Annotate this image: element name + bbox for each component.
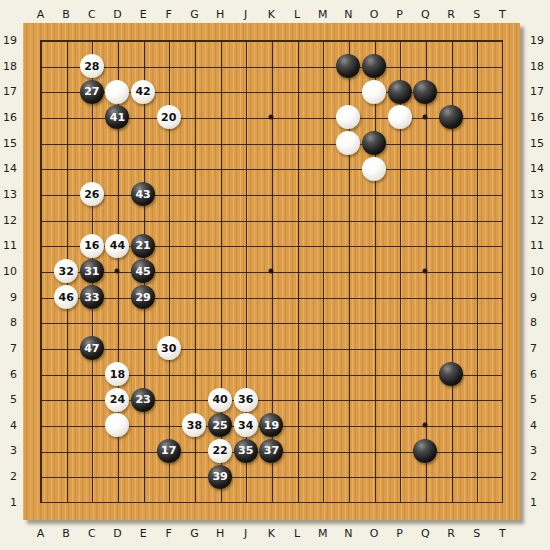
intersection-H18[interactable] bbox=[207, 53, 233, 79]
intersection-L19[interactable] bbox=[284, 28, 310, 54]
intersection-Q6[interactable] bbox=[413, 361, 439, 387]
intersection-L1[interactable] bbox=[284, 489, 310, 515]
intersection-Q10[interactable] bbox=[413, 259, 439, 285]
intersection-R2[interactable] bbox=[438, 464, 464, 490]
intersection-N19[interactable] bbox=[336, 28, 362, 54]
intersection-J13[interactable] bbox=[233, 182, 259, 208]
intersection-J7[interactable] bbox=[233, 336, 259, 362]
intersection-J3[interactable]: 35 bbox=[233, 438, 259, 464]
intersection-S13[interactable] bbox=[464, 182, 490, 208]
intersection-K1[interactable] bbox=[259, 489, 285, 515]
intersection-K14[interactable] bbox=[259, 156, 285, 182]
intersection-R11[interactable] bbox=[438, 233, 464, 259]
intersection-E11[interactable]: 21 bbox=[130, 233, 156, 259]
intersection-A14[interactable] bbox=[28, 156, 54, 182]
intersection-D8[interactable] bbox=[105, 310, 131, 336]
intersection-F4[interactable] bbox=[156, 413, 182, 439]
intersection-H6[interactable] bbox=[207, 361, 233, 387]
intersection-F8[interactable] bbox=[156, 310, 182, 336]
intersection-N4[interactable] bbox=[336, 413, 362, 439]
intersection-H10[interactable] bbox=[207, 259, 233, 285]
intersection-B8[interactable] bbox=[53, 310, 79, 336]
intersection-L8[interactable] bbox=[284, 310, 310, 336]
intersection-F1[interactable] bbox=[156, 489, 182, 515]
intersection-E16[interactable] bbox=[130, 105, 156, 131]
intersection-G10[interactable] bbox=[182, 259, 208, 285]
intersection-E14[interactable] bbox=[130, 156, 156, 182]
intersection-O17[interactable] bbox=[361, 79, 387, 105]
intersection-K8[interactable] bbox=[259, 310, 285, 336]
intersection-S11[interactable] bbox=[464, 233, 490, 259]
intersection-C7[interactable]: 47 bbox=[79, 336, 105, 362]
intersection-Q16[interactable] bbox=[413, 105, 439, 131]
intersection-E19[interactable] bbox=[130, 28, 156, 54]
intersection-G13[interactable] bbox=[182, 182, 208, 208]
intersection-G12[interactable] bbox=[182, 207, 208, 233]
intersection-L16[interactable] bbox=[284, 105, 310, 131]
intersection-L18[interactable] bbox=[284, 53, 310, 79]
intersection-M9[interactable] bbox=[310, 284, 336, 310]
intersection-K12[interactable] bbox=[259, 207, 285, 233]
intersection-K6[interactable] bbox=[259, 361, 285, 387]
intersection-B2[interactable] bbox=[53, 464, 79, 490]
intersection-M14[interactable] bbox=[310, 156, 336, 182]
intersection-G7[interactable] bbox=[182, 336, 208, 362]
intersection-O5[interactable] bbox=[361, 387, 387, 413]
intersection-M4[interactable] bbox=[310, 413, 336, 439]
intersection-B18[interactable] bbox=[53, 53, 79, 79]
intersection-R4[interactable] bbox=[438, 413, 464, 439]
intersection-M19[interactable] bbox=[310, 28, 336, 54]
intersection-A8[interactable] bbox=[28, 310, 54, 336]
intersection-N17[interactable] bbox=[336, 79, 362, 105]
intersection-L11[interactable] bbox=[284, 233, 310, 259]
intersection-D12[interactable] bbox=[105, 207, 131, 233]
intersection-G6[interactable] bbox=[182, 361, 208, 387]
intersection-F5[interactable] bbox=[156, 387, 182, 413]
intersection-R1[interactable] bbox=[438, 489, 464, 515]
intersection-L3[interactable] bbox=[284, 438, 310, 464]
intersection-T1[interactable] bbox=[489, 489, 515, 515]
intersection-T4[interactable] bbox=[489, 413, 515, 439]
intersection-C12[interactable] bbox=[79, 207, 105, 233]
intersection-R6[interactable] bbox=[438, 361, 464, 387]
intersection-E15[interactable] bbox=[130, 130, 156, 156]
intersection-N18[interactable] bbox=[336, 53, 362, 79]
intersection-Q5[interactable] bbox=[413, 387, 439, 413]
intersection-M5[interactable] bbox=[310, 387, 336, 413]
intersection-R16[interactable] bbox=[438, 105, 464, 131]
intersection-O4[interactable] bbox=[361, 413, 387, 439]
intersection-E8[interactable] bbox=[130, 310, 156, 336]
intersection-J18[interactable] bbox=[233, 53, 259, 79]
intersection-J10[interactable] bbox=[233, 259, 259, 285]
intersection-R14[interactable] bbox=[438, 156, 464, 182]
intersection-M17[interactable] bbox=[310, 79, 336, 105]
intersection-M15[interactable] bbox=[310, 130, 336, 156]
intersection-M8[interactable] bbox=[310, 310, 336, 336]
intersection-O18[interactable] bbox=[361, 53, 387, 79]
intersection-G18[interactable] bbox=[182, 53, 208, 79]
intersection-K17[interactable] bbox=[259, 79, 285, 105]
intersection-P11[interactable] bbox=[387, 233, 413, 259]
intersection-P8[interactable] bbox=[387, 310, 413, 336]
intersection-T17[interactable] bbox=[489, 79, 515, 105]
intersection-D6[interactable]: 18 bbox=[105, 361, 131, 387]
intersection-C11[interactable]: 16 bbox=[79, 233, 105, 259]
intersection-A5[interactable] bbox=[28, 387, 54, 413]
intersection-E4[interactable] bbox=[130, 413, 156, 439]
intersection-S10[interactable] bbox=[464, 259, 490, 285]
intersection-B4[interactable] bbox=[53, 413, 79, 439]
intersection-T9[interactable] bbox=[489, 284, 515, 310]
intersection-S1[interactable] bbox=[464, 489, 490, 515]
intersection-O13[interactable] bbox=[361, 182, 387, 208]
intersection-E7[interactable] bbox=[130, 336, 156, 362]
intersection-D11[interactable]: 44 bbox=[105, 233, 131, 259]
intersection-F12[interactable] bbox=[156, 207, 182, 233]
intersection-S8[interactable] bbox=[464, 310, 490, 336]
intersection-F6[interactable] bbox=[156, 361, 182, 387]
intersection-D19[interactable] bbox=[105, 28, 131, 54]
intersection-F11[interactable] bbox=[156, 233, 182, 259]
intersection-G4[interactable]: 38 bbox=[182, 413, 208, 439]
intersection-G16[interactable] bbox=[182, 105, 208, 131]
intersection-B7[interactable] bbox=[53, 336, 79, 362]
intersection-H11[interactable] bbox=[207, 233, 233, 259]
intersection-P17[interactable] bbox=[387, 79, 413, 105]
intersection-H14[interactable] bbox=[207, 156, 233, 182]
intersection-T10[interactable] bbox=[489, 259, 515, 285]
intersection-E10[interactable]: 45 bbox=[130, 259, 156, 285]
intersection-A12[interactable] bbox=[28, 207, 54, 233]
intersection-P16[interactable] bbox=[387, 105, 413, 131]
intersection-C2[interactable] bbox=[79, 464, 105, 490]
intersection-M16[interactable] bbox=[310, 105, 336, 131]
intersection-J8[interactable] bbox=[233, 310, 259, 336]
intersection-O9[interactable] bbox=[361, 284, 387, 310]
intersection-L10[interactable] bbox=[284, 259, 310, 285]
intersection-T15[interactable] bbox=[489, 130, 515, 156]
intersection-C3[interactable] bbox=[79, 438, 105, 464]
intersection-F16[interactable]: 20 bbox=[156, 105, 182, 131]
intersection-T5[interactable] bbox=[489, 387, 515, 413]
intersection-N2[interactable] bbox=[336, 464, 362, 490]
intersection-F17[interactable] bbox=[156, 79, 182, 105]
intersection-E12[interactable] bbox=[130, 207, 156, 233]
intersection-J12[interactable] bbox=[233, 207, 259, 233]
intersection-G17[interactable] bbox=[182, 79, 208, 105]
intersection-N10[interactable] bbox=[336, 259, 362, 285]
intersection-B17[interactable] bbox=[53, 79, 79, 105]
intersection-O15[interactable] bbox=[361, 130, 387, 156]
intersection-P5[interactable] bbox=[387, 387, 413, 413]
intersection-G3[interactable] bbox=[182, 438, 208, 464]
intersection-T7[interactable] bbox=[489, 336, 515, 362]
intersection-E6[interactable] bbox=[130, 361, 156, 387]
intersection-S9[interactable] bbox=[464, 284, 490, 310]
intersection-R15[interactable] bbox=[438, 130, 464, 156]
intersection-A1[interactable] bbox=[28, 489, 54, 515]
intersection-K4[interactable]: 19 bbox=[259, 413, 285, 439]
intersection-H15[interactable] bbox=[207, 130, 233, 156]
intersection-T14[interactable] bbox=[489, 156, 515, 182]
intersection-C19[interactable] bbox=[79, 28, 105, 54]
intersection-H2[interactable]: 39 bbox=[207, 464, 233, 490]
intersection-C13[interactable]: 26 bbox=[79, 182, 105, 208]
intersection-K16[interactable] bbox=[259, 105, 285, 131]
intersection-P19[interactable] bbox=[387, 28, 413, 54]
intersection-L6[interactable] bbox=[284, 361, 310, 387]
intersection-P1[interactable] bbox=[387, 489, 413, 515]
intersection-S19[interactable] bbox=[464, 28, 490, 54]
intersection-S3[interactable] bbox=[464, 438, 490, 464]
intersection-F15[interactable] bbox=[156, 130, 182, 156]
intersection-L17[interactable] bbox=[284, 79, 310, 105]
intersection-J16[interactable] bbox=[233, 105, 259, 131]
intersection-Q7[interactable] bbox=[413, 336, 439, 362]
intersection-L13[interactable] bbox=[284, 182, 310, 208]
intersection-K15[interactable] bbox=[259, 130, 285, 156]
intersection-H16[interactable] bbox=[207, 105, 233, 131]
intersection-D14[interactable] bbox=[105, 156, 131, 182]
intersection-M18[interactable] bbox=[310, 53, 336, 79]
intersection-H5[interactable]: 40 bbox=[207, 387, 233, 413]
intersection-E2[interactable] bbox=[130, 464, 156, 490]
intersection-J19[interactable] bbox=[233, 28, 259, 54]
intersection-J6[interactable] bbox=[233, 361, 259, 387]
intersection-Q4[interactable] bbox=[413, 413, 439, 439]
intersection-F7[interactable]: 30 bbox=[156, 336, 182, 362]
intersection-Q1[interactable] bbox=[413, 489, 439, 515]
intersection-Q11[interactable] bbox=[413, 233, 439, 259]
intersection-T12[interactable] bbox=[489, 207, 515, 233]
intersection-B14[interactable] bbox=[53, 156, 79, 182]
intersection-S14[interactable] bbox=[464, 156, 490, 182]
intersection-G9[interactable] bbox=[182, 284, 208, 310]
intersection-A2[interactable] bbox=[28, 464, 54, 490]
intersection-S7[interactable] bbox=[464, 336, 490, 362]
intersection-R12[interactable] bbox=[438, 207, 464, 233]
intersection-O12[interactable] bbox=[361, 207, 387, 233]
intersection-B9[interactable]: 46 bbox=[53, 284, 79, 310]
intersection-O10[interactable] bbox=[361, 259, 387, 285]
intersection-H3[interactable]: 22 bbox=[207, 438, 233, 464]
intersection-D1[interactable] bbox=[105, 489, 131, 515]
intersection-Q15[interactable] bbox=[413, 130, 439, 156]
intersection-S17[interactable] bbox=[464, 79, 490, 105]
intersection-N7[interactable] bbox=[336, 336, 362, 362]
intersection-N11[interactable] bbox=[336, 233, 362, 259]
intersection-G5[interactable] bbox=[182, 387, 208, 413]
intersection-R7[interactable] bbox=[438, 336, 464, 362]
intersection-D17[interactable] bbox=[105, 79, 131, 105]
intersection-D7[interactable] bbox=[105, 336, 131, 362]
intersection-J4[interactable]: 34 bbox=[233, 413, 259, 439]
intersection-T18[interactable] bbox=[489, 53, 515, 79]
intersection-N12[interactable] bbox=[336, 207, 362, 233]
intersection-E17[interactable]: 42 bbox=[130, 79, 156, 105]
intersection-T13[interactable] bbox=[489, 182, 515, 208]
intersection-S5[interactable] bbox=[464, 387, 490, 413]
intersection-K18[interactable] bbox=[259, 53, 285, 79]
intersection-J1[interactable] bbox=[233, 489, 259, 515]
intersection-G14[interactable] bbox=[182, 156, 208, 182]
intersection-A9[interactable] bbox=[28, 284, 54, 310]
intersection-L14[interactable] bbox=[284, 156, 310, 182]
intersection-A10[interactable] bbox=[28, 259, 54, 285]
intersection-S6[interactable] bbox=[464, 361, 490, 387]
intersection-G19[interactable] bbox=[182, 28, 208, 54]
intersection-J11[interactable] bbox=[233, 233, 259, 259]
intersection-Q18[interactable] bbox=[413, 53, 439, 79]
intersection-B1[interactable] bbox=[53, 489, 79, 515]
intersection-O14[interactable] bbox=[361, 156, 387, 182]
intersection-D18[interactable] bbox=[105, 53, 131, 79]
intersection-R5[interactable] bbox=[438, 387, 464, 413]
intersection-D9[interactable] bbox=[105, 284, 131, 310]
intersection-O8[interactable] bbox=[361, 310, 387, 336]
intersection-D4[interactable] bbox=[105, 413, 131, 439]
intersection-M11[interactable] bbox=[310, 233, 336, 259]
intersection-A3[interactable] bbox=[28, 438, 54, 464]
intersection-L9[interactable] bbox=[284, 284, 310, 310]
intersection-H1[interactable] bbox=[207, 489, 233, 515]
intersection-P4[interactable] bbox=[387, 413, 413, 439]
intersection-N16[interactable] bbox=[336, 105, 362, 131]
intersection-Q3[interactable] bbox=[413, 438, 439, 464]
intersection-P12[interactable] bbox=[387, 207, 413, 233]
intersection-J14[interactable] bbox=[233, 156, 259, 182]
intersection-P9[interactable] bbox=[387, 284, 413, 310]
intersection-C16[interactable] bbox=[79, 105, 105, 131]
intersection-H17[interactable] bbox=[207, 79, 233, 105]
intersection-B19[interactable] bbox=[53, 28, 79, 54]
intersection-P18[interactable] bbox=[387, 53, 413, 79]
intersection-R17[interactable] bbox=[438, 79, 464, 105]
intersection-A18[interactable] bbox=[28, 53, 54, 79]
intersection-K11[interactable] bbox=[259, 233, 285, 259]
intersection-T2[interactable] bbox=[489, 464, 515, 490]
intersection-Q17[interactable] bbox=[413, 79, 439, 105]
intersection-T6[interactable] bbox=[489, 361, 515, 387]
intersection-Q2[interactable] bbox=[413, 464, 439, 490]
intersection-T11[interactable] bbox=[489, 233, 515, 259]
intersection-M12[interactable] bbox=[310, 207, 336, 233]
intersection-B3[interactable] bbox=[53, 438, 79, 464]
intersection-O16[interactable] bbox=[361, 105, 387, 131]
intersection-F10[interactable] bbox=[156, 259, 182, 285]
intersection-M2[interactable] bbox=[310, 464, 336, 490]
intersection-Q8[interactable] bbox=[413, 310, 439, 336]
intersection-H7[interactable] bbox=[207, 336, 233, 362]
intersection-H12[interactable] bbox=[207, 207, 233, 233]
intersection-K3[interactable]: 37 bbox=[259, 438, 285, 464]
intersection-F9[interactable] bbox=[156, 284, 182, 310]
intersection-H19[interactable] bbox=[207, 28, 233, 54]
intersection-Q14[interactable] bbox=[413, 156, 439, 182]
intersection-R18[interactable] bbox=[438, 53, 464, 79]
intersection-O11[interactable] bbox=[361, 233, 387, 259]
intersection-Q12[interactable] bbox=[413, 207, 439, 233]
intersection-C4[interactable] bbox=[79, 413, 105, 439]
intersection-T8[interactable] bbox=[489, 310, 515, 336]
intersection-G8[interactable] bbox=[182, 310, 208, 336]
intersection-R8[interactable] bbox=[438, 310, 464, 336]
intersection-Q19[interactable] bbox=[413, 28, 439, 54]
intersection-A6[interactable] bbox=[28, 361, 54, 387]
intersection-R9[interactable] bbox=[438, 284, 464, 310]
intersection-M3[interactable] bbox=[310, 438, 336, 464]
intersection-E13[interactable]: 43 bbox=[130, 182, 156, 208]
intersection-P15[interactable] bbox=[387, 130, 413, 156]
intersection-L4[interactable] bbox=[284, 413, 310, 439]
intersection-E9[interactable]: 29 bbox=[130, 284, 156, 310]
intersection-K13[interactable] bbox=[259, 182, 285, 208]
intersection-P14[interactable] bbox=[387, 156, 413, 182]
intersection-C5[interactable] bbox=[79, 387, 105, 413]
intersection-Q13[interactable] bbox=[413, 182, 439, 208]
intersection-D3[interactable] bbox=[105, 438, 131, 464]
intersection-C9[interactable]: 33 bbox=[79, 284, 105, 310]
intersection-F18[interactable] bbox=[156, 53, 182, 79]
intersection-C10[interactable]: 31 bbox=[79, 259, 105, 285]
intersection-R19[interactable] bbox=[438, 28, 464, 54]
intersection-M6[interactable] bbox=[310, 361, 336, 387]
intersection-B13[interactable] bbox=[53, 182, 79, 208]
intersection-F14[interactable] bbox=[156, 156, 182, 182]
intersection-T3[interactable] bbox=[489, 438, 515, 464]
intersection-C1[interactable] bbox=[79, 489, 105, 515]
intersection-N1[interactable] bbox=[336, 489, 362, 515]
intersection-K10[interactable] bbox=[259, 259, 285, 285]
intersection-D15[interactable] bbox=[105, 130, 131, 156]
intersection-D13[interactable] bbox=[105, 182, 131, 208]
intersection-M13[interactable] bbox=[310, 182, 336, 208]
intersection-C18[interactable]: 28 bbox=[79, 53, 105, 79]
intersection-K2[interactable] bbox=[259, 464, 285, 490]
intersection-O6[interactable] bbox=[361, 361, 387, 387]
intersection-D10[interactable] bbox=[105, 259, 131, 285]
intersection-M1[interactable] bbox=[310, 489, 336, 515]
intersection-B6[interactable] bbox=[53, 361, 79, 387]
intersection-G15[interactable] bbox=[182, 130, 208, 156]
intersection-G11[interactable] bbox=[182, 233, 208, 259]
intersection-A7[interactable] bbox=[28, 336, 54, 362]
intersection-A13[interactable] bbox=[28, 182, 54, 208]
intersection-B11[interactable] bbox=[53, 233, 79, 259]
intersection-E1[interactable] bbox=[130, 489, 156, 515]
intersection-R3[interactable] bbox=[438, 438, 464, 464]
intersection-P6[interactable] bbox=[387, 361, 413, 387]
intersection-D16[interactable]: 41 bbox=[105, 105, 131, 131]
intersection-T19[interactable] bbox=[489, 28, 515, 54]
intersection-J5[interactable]: 36 bbox=[233, 387, 259, 413]
intersection-L15[interactable] bbox=[284, 130, 310, 156]
intersection-A11[interactable] bbox=[28, 233, 54, 259]
intersection-B15[interactable] bbox=[53, 130, 79, 156]
intersection-A15[interactable] bbox=[28, 130, 54, 156]
intersection-T16[interactable] bbox=[489, 105, 515, 131]
intersection-N5[interactable] bbox=[336, 387, 362, 413]
intersection-D5[interactable]: 24 bbox=[105, 387, 131, 413]
intersection-C15[interactable] bbox=[79, 130, 105, 156]
intersection-A4[interactable] bbox=[28, 413, 54, 439]
intersection-N3[interactable] bbox=[336, 438, 362, 464]
intersection-L7[interactable] bbox=[284, 336, 310, 362]
intersection-F2[interactable] bbox=[156, 464, 182, 490]
intersection-F13[interactable] bbox=[156, 182, 182, 208]
